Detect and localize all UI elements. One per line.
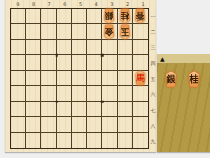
board-cell-2-3[interactable] (118, 40, 133, 55)
hand-piece-knight[interactable]: 桂 (187, 71, 201, 87)
file-label: 5 (73, 0, 89, 8)
board-cell-2-1[interactable]: 桂 (118, 9, 133, 24)
board-grid: 銀桂香金玉馬 (10, 8, 149, 149)
rank-label: 四 (150, 55, 156, 71)
file-label: 8 (26, 0, 42, 8)
board-cell-9-3[interactable] (11, 40, 26, 55)
piece-glyph: 桂 (118, 9, 131, 23)
board-cell-4-1[interactable] (87, 9, 102, 24)
board-cell-9-7[interactable] (11, 102, 26, 117)
board-cell-4-2[interactable] (87, 24, 102, 39)
board-cell-3-6[interactable] (102, 86, 117, 101)
rank-label: 二 (150, 24, 156, 40)
piece-glyph: 桂 (187, 71, 201, 87)
shogi-piece-gold-3-2[interactable]: 金 (103, 25, 116, 39)
hand-piece-halo: 銀 (164, 71, 178, 87)
board-cell-2-6[interactable] (118, 86, 133, 101)
file-label: 2 (120, 0, 136, 8)
shogi-piece-silver-3-1[interactable]: 銀 (103, 9, 116, 23)
board-cell-4-7[interactable] (87, 102, 102, 117)
piece-glyph: 馬 (134, 71, 147, 85)
board-cell-6-4[interactable] (57, 55, 72, 70)
piece-glyph: 銀 (164, 71, 178, 87)
board-cell-3-2[interactable]: 金 (102, 24, 117, 39)
board-cell-2-8[interactable] (118, 117, 133, 132)
board-cell-1-9[interactable] (133, 133, 148, 148)
board-cell-7-9[interactable] (41, 133, 56, 148)
shogi-piece-knight-2-1[interactable]: 桂 (118, 9, 131, 23)
file-label: 6 (57, 0, 73, 8)
board-cell-6-3[interactable] (57, 40, 72, 55)
piece-glyph: 香 (134, 9, 147, 23)
board-cell-6-5[interactable] (57, 71, 72, 86)
board-cell-7-5[interactable] (41, 71, 56, 86)
star-point (101, 100, 104, 103)
board-cell-2-4[interactable] (118, 55, 133, 70)
rank-label: 九 (150, 133, 156, 149)
board-cell-4-8[interactable] (87, 117, 102, 132)
shogi-piece-king-2-2[interactable]: 玉 (118, 25, 131, 39)
board-cell-3-3[interactable] (102, 40, 117, 55)
komadai-body: 銀桂 (157, 63, 210, 152)
board-cell-9-9[interactable] (11, 133, 26, 148)
board-cell-5-1[interactable] (72, 9, 87, 24)
board-cell-5-2[interactable] (72, 24, 87, 39)
shogi-piece-promoted-bishop-1-5[interactable]: 馬 (134, 71, 147, 85)
board-cell-2-5[interactable] (118, 71, 133, 86)
board-cell-9-6[interactable] (11, 86, 26, 101)
rank-label: 六 (150, 86, 156, 102)
board-cell-9-2[interactable] (11, 24, 26, 39)
board-cell-7-3[interactable] (41, 40, 56, 55)
board-cell-6-8[interactable] (57, 117, 72, 132)
board-cell-6-2[interactable] (57, 24, 72, 39)
piece-glyph: 玉 (118, 25, 131, 39)
board-cell-5-6[interactable] (72, 86, 87, 101)
board-cell-8-3[interactable] (26, 40, 41, 55)
board-cell-9-1[interactable] (11, 9, 26, 24)
rank-label: 三 (150, 39, 156, 55)
shogi-piece-lance-1-1[interactable]: 香 (134, 9, 147, 23)
board-cell-9-5[interactable] (11, 71, 26, 86)
shogi-diagram: 987654321 一二三四五六七八九 銀桂香金玉馬 ▲ 銀桂 (0, 0, 210, 158)
board-cell-2-7[interactable] (118, 102, 133, 117)
board-cell-6-7[interactable] (57, 102, 72, 117)
piece-glyph: 銀 (103, 9, 116, 23)
rank-label: 五 (150, 71, 156, 87)
board-cell-1-2[interactable] (133, 24, 148, 39)
file-label: 7 (41, 0, 57, 8)
hand-piece-halo: 桂 (187, 71, 201, 87)
hand-pieces-row: 銀桂 (157, 63, 210, 87)
board-cell-4-3[interactable] (87, 40, 102, 55)
board-cell-6-9[interactable] (57, 133, 72, 148)
board-cell-7-6[interactable] (41, 86, 56, 101)
file-label: 1 (135, 0, 151, 8)
board-cell-5-3[interactable] (72, 40, 87, 55)
board-cell-9-8[interactable] (11, 117, 26, 132)
rank-label: 一 (150, 8, 156, 24)
komadai-sente: ▲ 銀桂 (157, 54, 210, 152)
board-cell-5-5[interactable] (72, 71, 87, 86)
file-label: 4 (88, 0, 104, 8)
piece-glyph: 金 (103, 25, 116, 39)
board-cell-8-8[interactable] (26, 117, 41, 132)
board-cell-1-3[interactable] (133, 40, 148, 55)
board-cell-2-2[interactable]: 玉 (118, 24, 133, 39)
file-labels: 987654321 (10, 0, 151, 8)
board-cell-3-4[interactable] (102, 55, 117, 70)
board-cell-3-5[interactable] (102, 71, 117, 86)
board-cell-5-4[interactable] (72, 55, 87, 70)
board-cell-1-4[interactable] (133, 55, 148, 70)
board-cell-6-6[interactable] (57, 86, 72, 101)
board-cell-5-9[interactable] (72, 133, 87, 148)
file-label: 9 (10, 0, 26, 8)
board-cell-7-1[interactable] (41, 9, 56, 24)
board-cell-7-7[interactable] (41, 102, 56, 117)
hand-piece-silver[interactable]: 銀 (164, 71, 178, 87)
board-cell-5-7[interactable] (72, 102, 87, 117)
board-cell-1-6[interactable] (133, 86, 148, 101)
board-cell-4-9[interactable] (87, 133, 102, 148)
board-cell-7-4[interactable] (41, 55, 56, 70)
board-cell-8-2[interactable] (26, 24, 41, 39)
file-label: 3 (104, 0, 120, 8)
board-cell-6-1[interactable] (57, 9, 72, 24)
board-cell-3-8[interactable] (102, 117, 117, 132)
board-cell-7-8[interactable] (41, 117, 56, 132)
board-cell-1-1[interactable]: 香 (133, 9, 148, 24)
board-cell-1-8[interactable] (133, 117, 148, 132)
board-cell-8-6[interactable] (26, 86, 41, 101)
board-cell-8-7[interactable] (26, 102, 41, 117)
board-cell-5-8[interactable] (72, 117, 87, 132)
board-cell-9-4[interactable] (11, 55, 26, 70)
board-cell-3-9[interactable] (102, 133, 117, 148)
board-cell-8-4[interactable] (26, 55, 41, 70)
board-cell-4-4[interactable] (87, 55, 102, 70)
board-cell-8-5[interactable] (26, 71, 41, 86)
shogi-board: 987654321 一二三四五六七八九 銀桂香金玉馬 (5, 0, 156, 152)
sente-marker: ▲ (160, 55, 165, 62)
star-point (55, 100, 58, 103)
board-cell-4-6[interactable] (87, 86, 102, 101)
rank-labels: 一二三四五六七八九 (150, 8, 156, 149)
board-cell-4-5[interactable] (87, 71, 102, 86)
rank-label: 七 (150, 102, 156, 118)
board-cell-1-5[interactable]: 馬 (133, 71, 148, 86)
board-cell-3-7[interactable] (102, 102, 117, 117)
board-cell-7-2[interactable] (41, 24, 56, 39)
board-cell-8-9[interactable] (26, 133, 41, 148)
board-cell-2-9[interactable] (118, 133, 133, 148)
star-point (101, 54, 104, 57)
rank-label: 八 (150, 118, 156, 134)
komadai-header: ▲ (157, 54, 210, 63)
star-point (55, 54, 58, 57)
board-cell-8-1[interactable] (26, 9, 41, 24)
board-cell-1-7[interactable] (133, 102, 148, 117)
board-cell-3-1[interactable]: 銀 (102, 9, 117, 24)
